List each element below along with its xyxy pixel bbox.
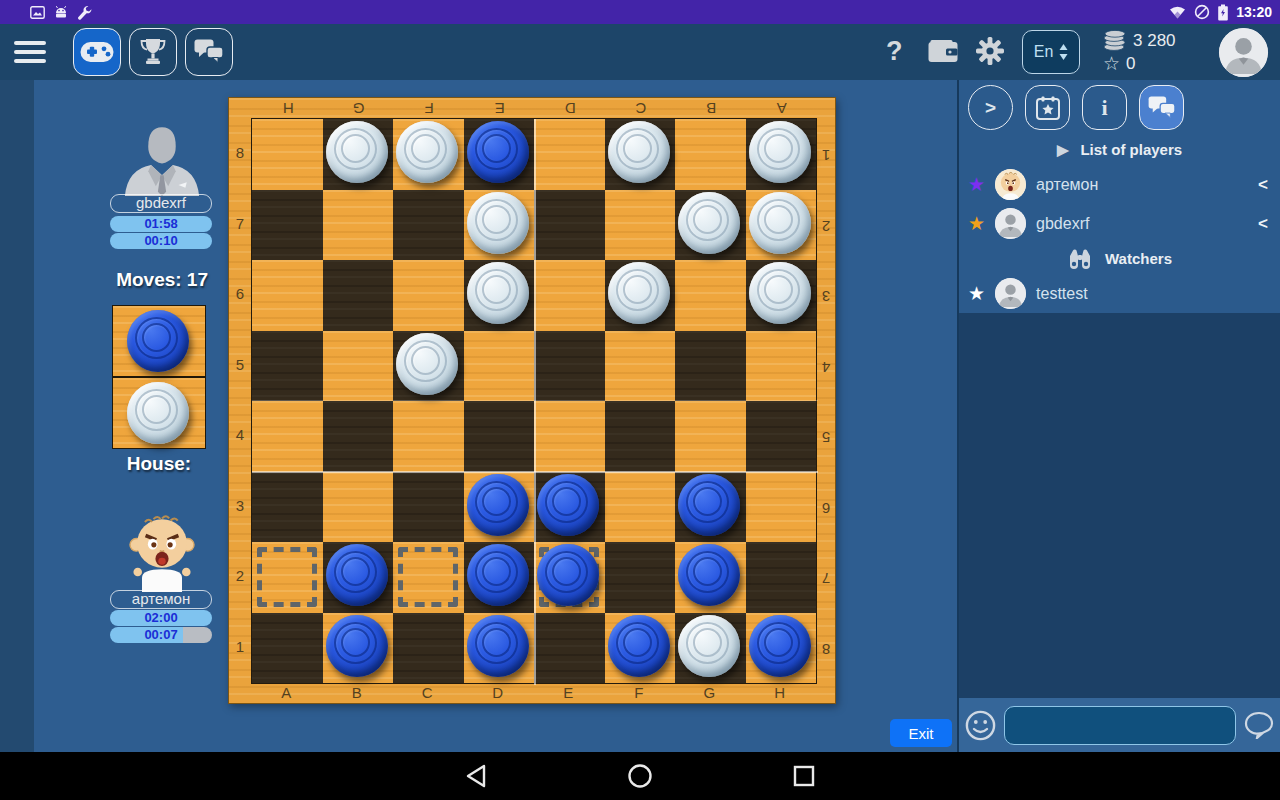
man-avatar-icon xyxy=(995,208,1026,239)
rank-labels-right: 87654321 xyxy=(820,118,832,684)
left-edge-strip xyxy=(0,80,34,752)
board-cell-h3[interactable] xyxy=(746,472,817,543)
android-nav-bar xyxy=(0,752,1280,800)
file-label: H xyxy=(253,100,324,117)
board-cell-a8[interactable] xyxy=(252,119,323,190)
gear-icon xyxy=(976,37,1004,65)
play-triangle-icon: ▶ xyxy=(1057,141,1069,159)
house-label: House: xyxy=(112,453,206,475)
coins-icon xyxy=(1103,30,1127,51)
file-label: C xyxy=(392,684,463,701)
board-cell-e5[interactable] xyxy=(534,331,605,402)
board-cell-e1[interactable] xyxy=(534,613,605,684)
man-avatar-icon xyxy=(1219,28,1268,77)
board-cell-a6[interactable] xyxy=(252,260,323,331)
rank-label: 4 xyxy=(234,400,246,471)
blue-piece[interactable] xyxy=(467,615,529,677)
board-cell-a1[interactable] xyxy=(252,613,323,684)
blue-piece[interactable] xyxy=(467,474,529,536)
chat-message-input[interactable] xyxy=(1004,706,1236,745)
file-label: A xyxy=(251,684,322,701)
rank-label: 8 xyxy=(234,118,246,189)
blue-piece[interactable] xyxy=(467,544,529,606)
watchers-title: Watchers xyxy=(1105,250,1172,267)
board-cell-f3[interactable] xyxy=(605,472,676,543)
board-cell-e2[interactable] xyxy=(534,542,605,613)
file-label: F xyxy=(394,100,465,117)
board-cell-g6[interactable] xyxy=(675,260,746,331)
rank-star-icon: ★ xyxy=(968,175,985,194)
board-cell-b6[interactable] xyxy=(323,260,394,331)
board-cell-d8[interactable] xyxy=(464,119,535,190)
board-cell-d2[interactable] xyxy=(464,542,535,613)
wallet-button[interactable] xyxy=(928,40,958,64)
rank-labels-left: 87654321 xyxy=(234,118,246,684)
file-label: H xyxy=(745,684,816,701)
white-piece[interactable] xyxy=(749,262,811,324)
blue-piece[interactable] xyxy=(326,544,388,606)
moves-counter: Moves: 17 xyxy=(108,269,208,291)
rank-label: 3 xyxy=(820,261,832,332)
info-button[interactable]: i xyxy=(1082,85,1127,130)
white-piece[interactable] xyxy=(396,121,458,183)
rank-label: 5 xyxy=(820,402,832,473)
emoji-button[interactable] xyxy=(965,710,996,741)
coins-count: 3 280 xyxy=(1133,31,1176,51)
board-cell-h8[interactable] xyxy=(746,119,817,190)
baby-avatar-icon xyxy=(995,169,1026,200)
app-screen: 13:20 ? xyxy=(0,0,1280,800)
clock-time: 13:20 xyxy=(1236,4,1272,20)
opponent-total-clock: 01:58 xyxy=(110,216,212,232)
player-row-gbdexrf[interactable]: ★ gbdexrf< xyxy=(959,204,1280,243)
board-cell-h6[interactable] xyxy=(746,260,817,331)
chevron-right-icon: > xyxy=(985,97,996,119)
player-move-clock: 00:07 xyxy=(110,627,212,643)
blue-piece[interactable] xyxy=(537,544,599,606)
chat-input-bar xyxy=(959,698,1280,752)
board-cell-f4[interactable] xyxy=(605,401,676,472)
board-cell-e4[interactable] xyxy=(534,401,605,472)
checkers-board: ABCDEFGH ABCDEFGH 87654321 87654321 xyxy=(228,97,836,704)
board-cell-d1[interactable] xyxy=(464,613,535,684)
tab-games-button[interactable] xyxy=(73,28,121,76)
player-total-clock: 02:00 xyxy=(110,610,212,626)
move-marker xyxy=(257,547,317,607)
board-cell-d4[interactable] xyxy=(464,401,535,472)
players-list: ★ артемон<★ gbdexrf< xyxy=(959,165,1280,243)
calendar-star-icon xyxy=(1036,96,1060,120)
blue-piece xyxy=(127,310,189,372)
board-cell-c4[interactable] xyxy=(393,401,464,472)
no-sim-icon xyxy=(1194,4,1210,20)
rank-label: 8 xyxy=(820,614,832,685)
board-cell-f7[interactable] xyxy=(605,190,676,261)
back-button[interactable] xyxy=(458,761,494,791)
player-avatar xyxy=(116,512,208,592)
panel-tab-chat-button[interactable] xyxy=(1139,85,1184,130)
board-cell-b8[interactable] xyxy=(323,119,394,190)
file-label: D xyxy=(463,684,534,701)
players-list-title: List of players xyxy=(1080,141,1182,158)
board-cell-a5[interactable] xyxy=(252,331,323,402)
white-piece[interactable] xyxy=(326,121,388,183)
rank-label: 7 xyxy=(820,543,832,614)
rank-label: 1 xyxy=(234,612,246,683)
board-cell-f8[interactable] xyxy=(605,119,676,190)
board-cell-e8[interactable] xyxy=(534,119,605,190)
board-cell-b5[interactable] xyxy=(323,331,394,402)
board-cell-c5[interactable] xyxy=(393,331,464,402)
home-button[interactable] xyxy=(622,761,658,791)
board-cell-f6[interactable] xyxy=(605,260,676,331)
white-piece[interactable] xyxy=(749,121,811,183)
recents-square-icon xyxy=(792,764,816,788)
tournament-calendar-button[interactable] xyxy=(1025,85,1070,130)
board-cell-g4[interactable] xyxy=(675,401,746,472)
menu-button[interactable] xyxy=(14,38,46,66)
board-cell-c7[interactable] xyxy=(393,190,464,261)
board-cell-c6[interactable] xyxy=(393,260,464,331)
board-cell-f5[interactable] xyxy=(605,331,676,402)
blue-piece[interactable] xyxy=(678,474,740,536)
opponent-move-clock: 00:10 xyxy=(110,233,212,249)
battery-charging-icon xyxy=(1218,4,1228,21)
player-row-артемон[interactable]: ★ артемон< xyxy=(959,165,1280,204)
white-piece[interactable] xyxy=(608,262,670,324)
white-piece[interactable] xyxy=(678,615,740,677)
blue-piece[interactable] xyxy=(326,615,388,677)
board-grid xyxy=(251,118,817,684)
white-piece xyxy=(127,382,189,444)
home-circle-icon xyxy=(627,763,653,789)
player-name: артемон xyxy=(110,590,212,609)
blue-piece[interactable] xyxy=(678,544,740,606)
file-label: F xyxy=(604,684,675,701)
board-cell-c8[interactable] xyxy=(393,119,464,190)
board-cell-e3[interactable] xyxy=(534,472,605,543)
board-cell-a2[interactable] xyxy=(252,542,323,613)
file-label: A xyxy=(747,100,818,117)
opponent-avatar xyxy=(118,116,206,196)
binoculars-icon xyxy=(1067,249,1093,269)
rank-label: 6 xyxy=(820,473,832,544)
exit-button[interactable]: Exit xyxy=(890,719,952,747)
board-texture-seam xyxy=(534,119,536,685)
board-cell-b2[interactable] xyxy=(323,542,394,613)
board-cell-c3[interactable] xyxy=(393,472,464,543)
board-cell-e7[interactable] xyxy=(534,190,605,261)
user-name: gbdexrf xyxy=(1036,215,1089,233)
wrench-icon xyxy=(77,5,92,20)
board-cell-g8[interactable] xyxy=(675,119,746,190)
send-message-button[interactable] xyxy=(1244,711,1274,739)
chevron-left-icon[interactable]: < xyxy=(1258,214,1268,234)
rank-label: 2 xyxy=(820,191,832,262)
board-cell-g2[interactable] xyxy=(675,542,746,613)
chat-bubbles-icon xyxy=(194,39,224,65)
house-slot-white xyxy=(112,377,206,449)
help-button[interactable]: ? xyxy=(886,36,903,67)
watcher-row-testtest[interactable]: ★ testtest xyxy=(959,274,1280,313)
board-cell-h1[interactable] xyxy=(746,613,817,684)
updown-arrows-icon xyxy=(1059,44,1068,60)
board-cell-e6[interactable] xyxy=(534,260,605,331)
rank-label: 1 xyxy=(820,120,832,191)
board-cell-g1[interactable] xyxy=(675,613,746,684)
board-cell-a3[interactable] xyxy=(252,472,323,543)
language-select[interactable]: En xyxy=(1022,30,1080,74)
blue-piece[interactable] xyxy=(467,121,529,183)
blue-piece[interactable] xyxy=(537,474,599,536)
chevron-left-icon[interactable]: < xyxy=(1258,175,1268,195)
rank-label: 3 xyxy=(234,471,246,542)
board-cell-d3[interactable] xyxy=(464,472,535,543)
rank-star-icon: ★ xyxy=(968,214,985,233)
board-cell-d6[interactable] xyxy=(464,260,535,331)
opponent-name: gbdexrf xyxy=(110,194,212,213)
board-cell-d5[interactable] xyxy=(464,331,535,402)
android-status-bar: 13:20 xyxy=(0,0,1280,24)
white-piece[interactable] xyxy=(396,333,458,395)
board-cell-b1[interactable] xyxy=(323,613,394,684)
file-label: B xyxy=(676,100,747,117)
board-cell-f1[interactable] xyxy=(605,613,676,684)
board-cell-a7[interactable] xyxy=(252,190,323,261)
board-cell-f2[interactable] xyxy=(605,542,676,613)
file-label: E xyxy=(465,100,536,117)
star-outline-icon: ☆ xyxy=(1103,52,1120,75)
players-list-header[interactable]: ▶ List of players xyxy=(959,134,1280,165)
gallery-icon xyxy=(30,6,45,19)
recents-button[interactable] xyxy=(786,761,822,791)
white-piece[interactable] xyxy=(467,192,529,254)
watchers-list: ★ testtest xyxy=(959,274,1280,313)
file-label: C xyxy=(606,100,677,117)
board-cell-g7[interactable] xyxy=(675,190,746,261)
man-avatar-icon xyxy=(995,278,1026,309)
file-labels-top: ABCDEFGH xyxy=(251,100,817,117)
baby-avatar-icon xyxy=(116,512,208,592)
wallet-icon xyxy=(928,40,958,64)
rank-label: 2 xyxy=(234,541,246,612)
profile-avatar[interactable] xyxy=(1219,28,1268,77)
board-cell-c1[interactable] xyxy=(393,613,464,684)
android-icon xyxy=(54,5,68,19)
tab-tournaments-button[interactable] xyxy=(129,28,177,76)
collapse-panel-button[interactable]: > xyxy=(968,85,1013,130)
board-texture-seam xyxy=(252,400,818,401)
trophy-icon xyxy=(140,38,166,66)
right-panel: > i ▶ List of players ★ xyxy=(957,80,1280,752)
board-cell-g5[interactable] xyxy=(675,331,746,402)
rank-label: 6 xyxy=(234,259,246,330)
white-piece[interactable] xyxy=(749,192,811,254)
chat-bubbles-icon xyxy=(1148,96,1176,120)
rank-star-icon: ★ xyxy=(968,284,985,303)
board-cell-c2[interactable] xyxy=(393,542,464,613)
watchers-header[interactable]: Watchers xyxy=(959,243,1280,274)
stars-count: 0 xyxy=(1126,54,1135,74)
white-piece[interactable] xyxy=(467,262,529,324)
file-label: E xyxy=(533,684,604,701)
wifi-icon xyxy=(1169,5,1186,20)
blue-piece[interactable] xyxy=(749,615,811,677)
board-cell-b7[interactable] xyxy=(323,190,394,261)
rank-label: 7 xyxy=(234,189,246,260)
board-cell-d7[interactable] xyxy=(464,190,535,261)
board-cell-h7[interactable] xyxy=(746,190,817,261)
user-name: testtest xyxy=(1036,285,1088,303)
app-toolbar: ? En 3 280 ☆ 0 xyxy=(0,24,1280,80)
blue-piece[interactable] xyxy=(608,615,670,677)
board-texture-seam xyxy=(252,471,818,473)
rank-label: 5 xyxy=(234,330,246,401)
file-label: G xyxy=(674,684,745,701)
move-marker xyxy=(398,547,458,607)
chat-messages-area[interactable] xyxy=(959,313,1280,698)
board-cell-g3[interactable] xyxy=(675,472,746,543)
gamepad-icon xyxy=(80,41,114,63)
board-cell-h4[interactable] xyxy=(746,401,817,472)
board-cell-b3[interactable] xyxy=(323,472,394,543)
file-label: D xyxy=(535,100,606,117)
white-piece[interactable] xyxy=(608,121,670,183)
rank-label: 4 xyxy=(820,332,832,403)
back-triangle-icon xyxy=(464,763,488,789)
board-cell-h2[interactable] xyxy=(746,542,817,613)
tab-chat-button[interactable] xyxy=(185,28,233,76)
white-piece[interactable] xyxy=(678,192,740,254)
board-cell-h5[interactable] xyxy=(746,331,817,402)
man-avatar-icon xyxy=(118,116,206,196)
file-label: B xyxy=(322,684,393,701)
file-labels-bottom: ABCDEFGH xyxy=(251,684,817,701)
language-value: En xyxy=(1034,43,1054,61)
house-slot-blue xyxy=(112,305,206,377)
info-icon: i xyxy=(1101,95,1107,121)
board-cell-a4[interactable] xyxy=(252,401,323,472)
file-label: G xyxy=(324,100,395,117)
user-name: артемон xyxy=(1036,176,1098,194)
board-cell-b4[interactable] xyxy=(323,401,394,472)
settings-button[interactable] xyxy=(976,37,1004,65)
